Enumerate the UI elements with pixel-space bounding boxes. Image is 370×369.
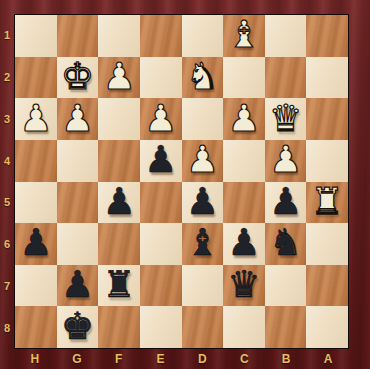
square-e7[interactable] [140, 265, 182, 307]
square-b5[interactable]: ♟ [265, 182, 307, 224]
square-d4[interactable]: ♟ [182, 140, 224, 182]
file-labels: HGFEDCBA [14, 349, 349, 369]
file-label-f: F [98, 349, 140, 369]
file-label-a: A [307, 349, 349, 369]
square-h3[interactable]: ♟ [15, 98, 57, 140]
square-e1[interactable] [140, 15, 182, 57]
square-b4[interactable]: ♟ [265, 140, 307, 182]
white-king[interactable]: ♚ [61, 58, 94, 95]
black-pawn[interactable]: ♟ [61, 266, 94, 303]
square-c7[interactable]: ♛ [223, 265, 265, 307]
square-a8[interactable] [306, 306, 348, 348]
white-pawn[interactable]: ♟ [102, 58, 135, 95]
square-d7[interactable] [182, 265, 224, 307]
square-h4[interactable] [15, 140, 57, 182]
square-f2[interactable]: ♟ [98, 57, 140, 99]
black-pawn[interactable]: ♟ [227, 224, 260, 261]
rank-label-1: 1 [0, 14, 14, 56]
square-e2[interactable] [140, 57, 182, 99]
square-c4[interactable] [223, 140, 265, 182]
square-a2[interactable] [306, 57, 348, 99]
white-knight[interactable]: ♞ [186, 58, 219, 95]
square-b8[interactable] [265, 306, 307, 348]
rank-label-5: 5 [0, 182, 14, 224]
black-knight[interactable]: ♞ [269, 224, 302, 261]
white-pawn[interactable]: ♟ [227, 100, 260, 137]
square-h5[interactable] [15, 182, 57, 224]
black-pawn[interactable]: ♟ [102, 183, 135, 220]
black-pawn[interactable]: ♟ [186, 183, 219, 220]
black-pawn[interactable]: ♟ [269, 183, 302, 220]
white-bishop[interactable]: ♝ [227, 16, 260, 53]
square-b6[interactable]: ♞ [265, 223, 307, 265]
square-h7[interactable] [15, 265, 57, 307]
square-b1[interactable] [265, 15, 307, 57]
square-g4[interactable] [57, 140, 99, 182]
square-c8[interactable] [223, 306, 265, 348]
black-pawn[interactable]: ♟ [19, 224, 52, 261]
square-g2[interactable]: ♚ [57, 57, 99, 99]
square-f6[interactable] [98, 223, 140, 265]
square-e8[interactable] [140, 306, 182, 348]
square-d1[interactable] [182, 15, 224, 57]
black-pawn[interactable]: ♟ [144, 141, 177, 178]
file-label-d: D [182, 349, 224, 369]
file-label-h: H [14, 349, 56, 369]
chess-board: ♝♚♟♞♟♟♟♟♛♟♟♟♟♟♟♜♟♝♟♞♟♜♛♚ [14, 14, 349, 349]
square-e6[interactable] [140, 223, 182, 265]
file-label-e: E [140, 349, 182, 369]
square-f4[interactable] [98, 140, 140, 182]
chess-diagram: 12345678 ♝♚♟♞♟♟♟♟♛♟♟♟♟♟♟♜♟♝♟♞♟♜♛♚ HGFEDC… [0, 0, 370, 369]
square-d6[interactable]: ♝ [182, 223, 224, 265]
square-d8[interactable] [182, 306, 224, 348]
white-rook[interactable]: ♜ [311, 183, 344, 220]
file-label-g: G [56, 349, 98, 369]
square-c1[interactable]: ♝ [223, 15, 265, 57]
black-queen[interactable]: ♛ [227, 266, 260, 303]
square-a5[interactable]: ♜ [306, 182, 348, 224]
square-a6[interactable] [306, 223, 348, 265]
square-d3[interactable] [182, 98, 224, 140]
square-c5[interactable] [223, 182, 265, 224]
square-c6[interactable]: ♟ [223, 223, 265, 265]
square-b7[interactable] [265, 265, 307, 307]
square-f1[interactable] [98, 15, 140, 57]
file-label-c: C [223, 349, 265, 369]
white-pawn[interactable]: ♟ [19, 100, 52, 137]
square-d2[interactable]: ♞ [182, 57, 224, 99]
square-a4[interactable] [306, 140, 348, 182]
square-g8[interactable]: ♚ [57, 306, 99, 348]
file-label-b: B [265, 349, 307, 369]
square-f8[interactable] [98, 306, 140, 348]
square-h1[interactable] [15, 15, 57, 57]
square-a7[interactable] [306, 265, 348, 307]
rank-label-6: 6 [0, 223, 14, 265]
square-b3[interactable]: ♛ [265, 98, 307, 140]
rank-label-2: 2 [0, 56, 14, 98]
square-h2[interactable] [15, 57, 57, 99]
square-d5[interactable]: ♟ [182, 182, 224, 224]
white-pawn[interactable]: ♟ [186, 141, 219, 178]
rank-label-3: 3 [0, 98, 14, 140]
square-a3[interactable] [306, 98, 348, 140]
white-queen[interactable]: ♛ [269, 100, 302, 137]
square-f5[interactable]: ♟ [98, 182, 140, 224]
square-e4[interactable]: ♟ [140, 140, 182, 182]
square-g3[interactable]: ♟ [57, 98, 99, 140]
white-pawn[interactable]: ♟ [269, 141, 302, 178]
square-h8[interactable] [15, 306, 57, 348]
square-e3[interactable]: ♟ [140, 98, 182, 140]
rank-label-8: 8 [0, 307, 14, 349]
square-a1[interactable] [306, 15, 348, 57]
square-b2[interactable] [265, 57, 307, 99]
white-pawn[interactable]: ♟ [144, 100, 177, 137]
square-e5[interactable] [140, 182, 182, 224]
rank-label-4: 4 [0, 140, 14, 182]
rank-labels: 12345678 [0, 14, 14, 349]
white-pawn[interactable]: ♟ [61, 100, 94, 137]
square-g6[interactable] [57, 223, 99, 265]
square-g5[interactable] [57, 182, 99, 224]
square-f7[interactable]: ♜ [98, 265, 140, 307]
square-c2[interactable] [223, 57, 265, 99]
square-g1[interactable] [57, 15, 99, 57]
black-king[interactable]: ♚ [61, 308, 94, 345]
square-c3[interactable]: ♟ [223, 98, 265, 140]
square-h6[interactable]: ♟ [15, 223, 57, 265]
square-g7[interactable]: ♟ [57, 265, 99, 307]
rank-label-7: 7 [0, 265, 14, 307]
black-bishop[interactable]: ♝ [186, 224, 219, 261]
black-rook[interactable]: ♜ [102, 266, 135, 303]
square-f3[interactable] [98, 98, 140, 140]
